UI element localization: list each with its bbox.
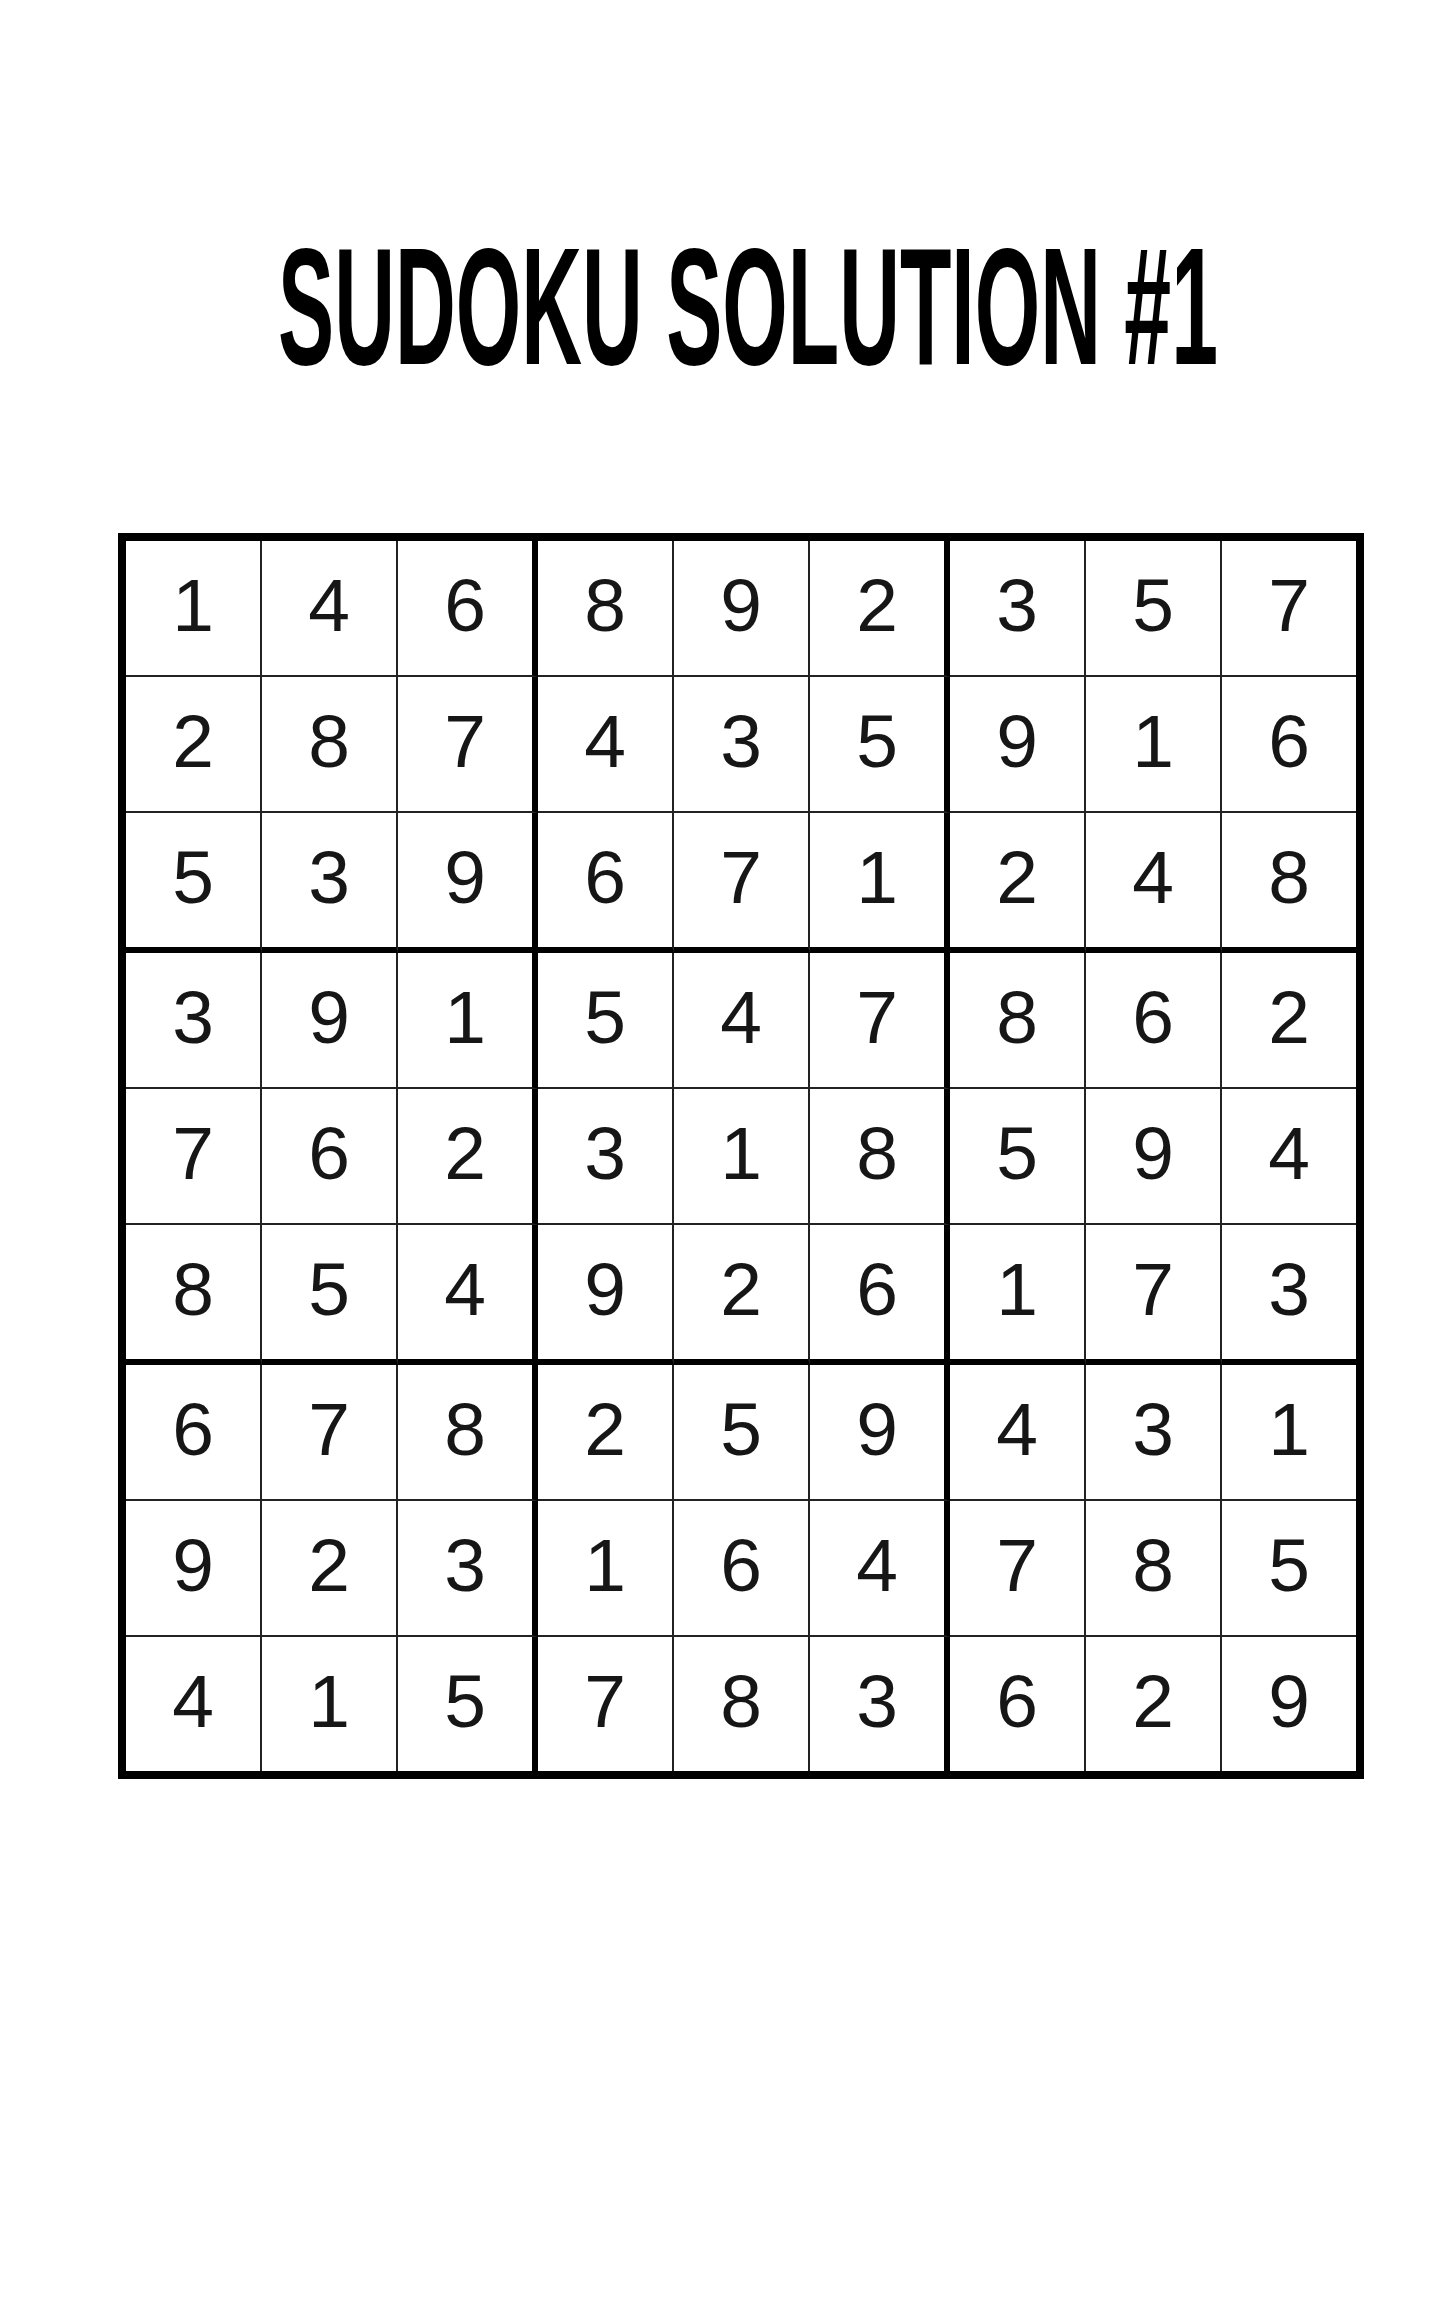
cell-digit: 1 — [308, 1664, 350, 1739]
cell-digit: 7 — [584, 1664, 626, 1739]
cell-digit: 3 — [1132, 1392, 1174, 1467]
cell-r8c1: 9 — [126, 1501, 262, 1637]
cell-digit: 2 — [172, 704, 214, 779]
cell-digit: 1 — [172, 568, 214, 643]
cell-digit: 4 — [856, 1528, 898, 1603]
cell-digit: 5 — [172, 840, 214, 915]
cell-r4c1: 3 — [126, 953, 262, 1089]
sudoku-grid: 1468923572874359165396712483915478627623… — [118, 533, 1364, 1779]
cell-r1c1: 1 — [126, 541, 262, 677]
cell-r6c2: 5 — [262, 1225, 398, 1365]
cell-r6c1: 8 — [126, 1225, 262, 1365]
cell-r9c2: 1 — [262, 1637, 398, 1771]
cell-digit: 5 — [444, 1664, 486, 1739]
cell-digit: 2 — [584, 1392, 626, 1467]
cell-r7c3: 8 — [398, 1365, 538, 1501]
cell-r7c5: 5 — [674, 1365, 810, 1501]
cell-r1c9: 7 — [1222, 541, 1356, 677]
cell-digit: 9 — [1132, 1116, 1174, 1191]
cell-r6c7: 1 — [950, 1225, 1086, 1365]
cell-digit: 8 — [172, 1252, 214, 1327]
cell-digit: 3 — [1268, 1252, 1310, 1327]
cell-r7c4: 2 — [538, 1365, 674, 1501]
cell-digit: 4 — [1268, 1116, 1310, 1191]
cell-digit: 7 — [1268, 568, 1310, 643]
cell-r2c3: 7 — [398, 677, 538, 813]
cell-digit: 3 — [856, 1664, 898, 1739]
cell-digit: 9 — [1268, 1664, 1310, 1739]
cell-digit: 3 — [720, 704, 762, 779]
cell-r8c7: 7 — [950, 1501, 1086, 1637]
cell-r6c5: 2 — [674, 1225, 810, 1365]
cell-digit: 3 — [308, 840, 350, 915]
cell-r9c7: 6 — [950, 1637, 1086, 1771]
cell-digit: 8 — [720, 1664, 762, 1739]
cell-digit: 4 — [996, 1392, 1038, 1467]
cell-r9c5: 8 — [674, 1637, 810, 1771]
cell-digit: 3 — [996, 568, 1038, 643]
cell-digit: 5 — [996, 1116, 1038, 1191]
cell-r4c6: 7 — [810, 953, 950, 1089]
cell-r9c9: 9 — [1222, 1637, 1356, 1771]
cell-r8c5: 6 — [674, 1501, 810, 1637]
cell-r8c2: 2 — [262, 1501, 398, 1637]
cell-r4c5: 4 — [674, 953, 810, 1089]
cell-digit: 2 — [856, 568, 898, 643]
cell-digit: 9 — [444, 840, 486, 915]
cell-digit: 2 — [308, 1528, 350, 1603]
cell-r3c5: 7 — [674, 813, 810, 953]
cell-digit: 2 — [1268, 980, 1310, 1055]
cell-digit: 1 — [1132, 704, 1174, 779]
cell-r5c8: 9 — [1086, 1089, 1222, 1225]
cell-digit: 6 — [1268, 704, 1310, 779]
cell-r5c7: 5 — [950, 1089, 1086, 1225]
cell-digit: 9 — [996, 704, 1038, 779]
cell-r1c6: 2 — [810, 541, 950, 677]
cell-r5c5: 1 — [674, 1089, 810, 1225]
cell-r8c6: 4 — [810, 1501, 950, 1637]
cell-r6c9: 3 — [1222, 1225, 1356, 1365]
cell-r1c4: 8 — [538, 541, 674, 677]
cell-digit: 1 — [444, 980, 486, 1055]
cell-digit: 2 — [444, 1116, 486, 1191]
cell-r9c4: 7 — [538, 1637, 674, 1771]
cell-digit: 4 — [308, 568, 350, 643]
cell-digit: 3 — [444, 1528, 486, 1603]
cell-r2c6: 5 — [810, 677, 950, 813]
cell-r4c4: 5 — [538, 953, 674, 1089]
cell-r3c9: 8 — [1222, 813, 1356, 953]
cell-r9c6: 3 — [810, 1637, 950, 1771]
cell-digit: 5 — [1132, 568, 1174, 643]
cell-r1c5: 9 — [674, 541, 810, 677]
cell-digit: 4 — [1132, 840, 1174, 915]
cell-r8c8: 8 — [1086, 1501, 1222, 1637]
cell-r7c7: 4 — [950, 1365, 1086, 1501]
cell-r2c2: 8 — [262, 677, 398, 813]
cell-digit: 6 — [308, 1116, 350, 1191]
cell-r1c8: 5 — [1086, 541, 1222, 677]
cell-digit: 9 — [856, 1392, 898, 1467]
cell-r4c2: 9 — [262, 953, 398, 1089]
cell-r1c2: 4 — [262, 541, 398, 677]
title-banner: SUDOKU SOLUTION #1 — [0, 0, 1445, 430]
cell-digit: 6 — [720, 1528, 762, 1603]
cell-digit: 9 — [308, 980, 350, 1055]
cell-r4c9: 2 — [1222, 953, 1356, 1089]
cell-r8c9: 5 — [1222, 1501, 1356, 1637]
cell-r2c7: 9 — [950, 677, 1086, 813]
cell-digit: 8 — [1268, 840, 1310, 915]
cell-digit: 4 — [584, 704, 626, 779]
cell-digit: 6 — [1132, 980, 1174, 1055]
cell-digit: 9 — [172, 1528, 214, 1603]
cell-r9c1: 4 — [126, 1637, 262, 1771]
cell-r2c1: 2 — [126, 677, 262, 813]
cell-digit: 7 — [172, 1116, 214, 1191]
cell-digit: 4 — [444, 1252, 486, 1327]
cell-r6c3: 4 — [398, 1225, 538, 1365]
cell-r2c9: 6 — [1222, 677, 1356, 813]
cell-r6c6: 6 — [810, 1225, 950, 1365]
cell-r6c4: 9 — [538, 1225, 674, 1365]
cell-digit: 2 — [720, 1252, 762, 1327]
cell-digit: 6 — [996, 1664, 1038, 1739]
cell-digit: 9 — [584, 1252, 626, 1327]
cell-digit: 3 — [172, 980, 214, 1055]
cell-r2c5: 3 — [674, 677, 810, 813]
cell-digit: 4 — [172, 1664, 214, 1739]
cell-digit: 1 — [584, 1528, 626, 1603]
cell-r5c6: 8 — [810, 1089, 950, 1225]
cell-digit: 8 — [584, 568, 626, 643]
cell-r8c3: 3 — [398, 1501, 538, 1637]
cell-r3c6: 1 — [810, 813, 950, 953]
cell-r9c8: 2 — [1086, 1637, 1222, 1771]
cell-r6c8: 7 — [1086, 1225, 1222, 1365]
cell-r8c4: 1 — [538, 1501, 674, 1637]
cell-r7c2: 7 — [262, 1365, 398, 1501]
cell-r2c4: 4 — [538, 677, 674, 813]
cell-r1c3: 6 — [398, 541, 538, 677]
cell-r9c3: 5 — [398, 1637, 538, 1771]
cell-digit: 1 — [720, 1116, 762, 1191]
cell-r5c1: 7 — [126, 1089, 262, 1225]
cell-digit: 5 — [584, 980, 626, 1055]
cell-digit: 8 — [1132, 1528, 1174, 1603]
cell-digit: 6 — [584, 840, 626, 915]
cell-digit: 7 — [720, 840, 762, 915]
cell-r7c6: 9 — [810, 1365, 950, 1501]
cell-digit: 4 — [720, 980, 762, 1055]
cell-r7c8: 3 — [1086, 1365, 1222, 1501]
cell-digit: 2 — [1132, 1664, 1174, 1739]
cell-digit: 6 — [172, 1392, 214, 1467]
cell-r5c4: 3 — [538, 1089, 674, 1225]
cell-digit: 6 — [856, 1252, 898, 1327]
cell-digit: 6 — [444, 568, 486, 643]
cell-r4c8: 6 — [1086, 953, 1222, 1089]
cell-r4c3: 1 — [398, 953, 538, 1089]
cell-digit: 1 — [1268, 1392, 1310, 1467]
cell-digit: 7 — [444, 704, 486, 779]
page-title: SUDOKU SOLUTION #1 — [278, 213, 1218, 399]
cell-digit: 1 — [996, 1252, 1038, 1327]
cell-r4c7: 8 — [950, 953, 1086, 1089]
cell-digit: 5 — [308, 1252, 350, 1327]
cell-r3c3: 9 — [398, 813, 538, 953]
cell-r3c4: 6 — [538, 813, 674, 953]
cell-digit: 5 — [856, 704, 898, 779]
cell-digit: 7 — [856, 980, 898, 1055]
cell-digit: 8 — [444, 1392, 486, 1467]
cell-r1c7: 3 — [950, 541, 1086, 677]
cell-digit: 3 — [584, 1116, 626, 1191]
cell-digit: 5 — [1268, 1528, 1310, 1603]
cell-r5c3: 2 — [398, 1089, 538, 1225]
cell-r5c2: 6 — [262, 1089, 398, 1225]
cell-r5c9: 4 — [1222, 1089, 1356, 1225]
cell-digit: 9 — [720, 568, 762, 643]
cell-digit: 7 — [996, 1528, 1038, 1603]
cell-r3c1: 5 — [126, 813, 262, 953]
cell-r2c8: 1 — [1086, 677, 1222, 813]
cell-digit: 1 — [856, 840, 898, 915]
cell-r3c7: 2 — [950, 813, 1086, 953]
cell-digit: 5 — [720, 1392, 762, 1467]
cell-digit: 8 — [856, 1116, 898, 1191]
cell-r7c9: 1 — [1222, 1365, 1356, 1501]
cell-digit: 2 — [996, 840, 1038, 915]
cell-digit: 8 — [308, 704, 350, 779]
page: SUDOKU SOLUTION #1 146892357287435916539… — [0, 0, 1445, 2312]
cell-r3c2: 3 — [262, 813, 398, 953]
cell-digit: 7 — [308, 1392, 350, 1467]
cell-r7c1: 6 — [126, 1365, 262, 1501]
cell-digit: 7 — [1132, 1252, 1174, 1327]
cell-r3c8: 4 — [1086, 813, 1222, 953]
cell-digit: 8 — [996, 980, 1038, 1055]
